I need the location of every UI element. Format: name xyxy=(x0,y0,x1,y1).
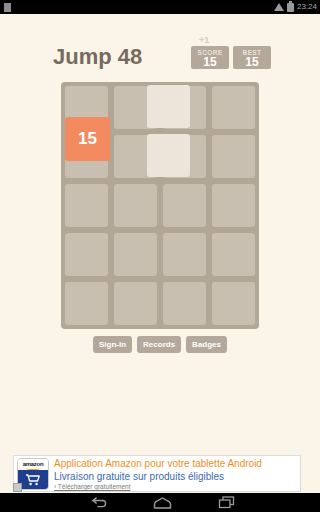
tile-15: 15 xyxy=(65,117,110,161)
board-cell xyxy=(212,86,255,129)
score-value: 15 xyxy=(191,56,229,69)
screen: 23:24 Jump 48 +1 SCORE 15 BEST 15 15 Sig… xyxy=(0,0,320,512)
amazon-cart-icon xyxy=(18,470,48,489)
board-cell xyxy=(114,184,157,227)
recents-icon[interactable] xyxy=(218,496,235,509)
signin-button[interactable]: Sign-In xyxy=(93,336,132,353)
wifi-icon xyxy=(274,3,284,11)
board-cell xyxy=(163,233,206,276)
board-cell xyxy=(114,282,157,325)
board-cell xyxy=(212,135,255,178)
ad-banner[interactable]: amazon Application Amazon pour votre tab… xyxy=(13,455,301,492)
board-cell xyxy=(65,184,108,227)
badges-button[interactable]: Badges xyxy=(186,336,227,353)
game-board[interactable]: 15 xyxy=(61,82,259,329)
board-cell xyxy=(212,282,255,325)
board-cell xyxy=(163,282,206,325)
best-box: BEST 15 xyxy=(233,46,271,69)
battery-icon xyxy=(287,3,294,12)
adchoices-icon[interactable] xyxy=(13,483,22,492)
board-cell xyxy=(163,184,206,227)
back-icon[interactable] xyxy=(86,497,107,509)
board-cell xyxy=(212,233,255,276)
records-button[interactable]: Records xyxy=(137,336,181,353)
notification-icon xyxy=(4,3,11,12)
best-value: 15 xyxy=(233,56,271,69)
board-cell xyxy=(65,282,108,325)
status-bar: 23:24 xyxy=(0,0,320,14)
board-cell xyxy=(212,184,255,227)
home-icon[interactable] xyxy=(153,497,172,509)
board-cell xyxy=(65,233,108,276)
ad-download-link[interactable]: › Télécharger gratuitement xyxy=(54,483,262,491)
ad-headline[interactable]: Application Amazon pour votre tablette A… xyxy=(54,457,262,470)
status-clock: 23:24 xyxy=(297,0,317,14)
ad-text: Application Amazon pour votre tablette A… xyxy=(54,456,262,491)
amazon-logo: amazon xyxy=(18,459,48,470)
tile-blank xyxy=(147,134,190,177)
board-cell xyxy=(114,233,157,276)
tile-blank xyxy=(147,85,190,128)
ad-subline[interactable]: Livraison gratuite sur produits éligible… xyxy=(54,470,262,483)
navigation-bar xyxy=(0,493,320,512)
score-box: SCORE 15 xyxy=(191,46,229,69)
score-increment: +1 xyxy=(199,35,209,45)
menu-bar: Sign-In Records Badges xyxy=(0,336,320,353)
page-title: Jump 48 xyxy=(53,44,142,70)
